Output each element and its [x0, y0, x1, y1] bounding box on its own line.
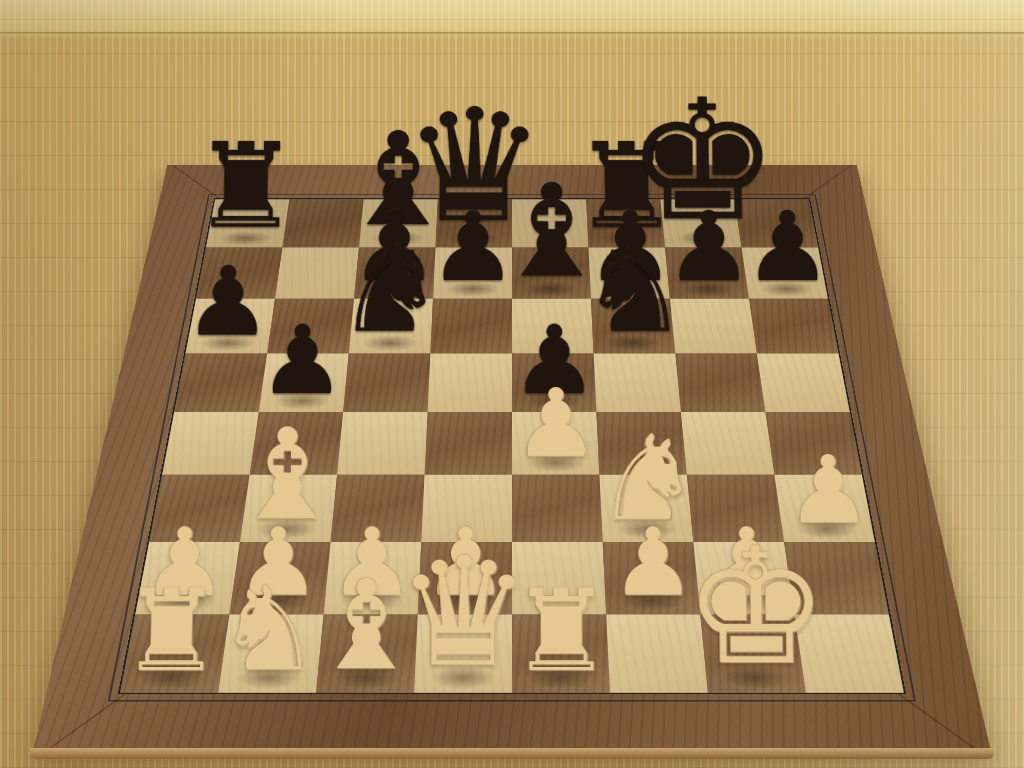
square-g8: ♚: [660, 199, 741, 247]
square-e3: [512, 475, 603, 542]
black-rook-a8: ♜: [191, 127, 300, 244]
square-f8: ♜: [586, 199, 665, 247]
square-h8: [735, 199, 818, 247]
square-h7: ♟: [742, 248, 828, 299]
photo-scene: ♜♝♛♜♚♟♟♝♟♟♟♟♞♞♟♟♟♝♞♟♟♟♟♟♟♟♜♞♝♛♜♚: [0, 0, 1024, 768]
square-f4: [596, 412, 686, 475]
square-h5: [757, 354, 850, 412]
square-d1: ♛: [414, 615, 512, 693]
square-a8: ♜: [206, 199, 289, 247]
tatami-mat-seam: [0, 32, 1024, 35]
square-d5: [428, 354, 512, 412]
square-h2: [784, 542, 889, 614]
square-c6: ♞: [349, 299, 433, 354]
square-d8: ♛: [435, 199, 512, 247]
square-e1: ♜: [512, 615, 610, 693]
border-miter-bottom-right: [897, 693, 985, 756]
square-c5: [343, 354, 430, 412]
square-f2: ♟: [603, 542, 701, 614]
white-rook-e1: ♜: [510, 574, 612, 687]
square-d6: [430, 299, 512, 354]
square-c7: ♟: [354, 248, 435, 299]
chess-board: ♜♝♛♜♚♟♟♝♟♟♟♟♞♞♟♟♟♝♞♟♟♟♟♟♟♟♜♞♝♛♜♚: [32, 165, 992, 756]
square-b4: [250, 412, 343, 475]
square-f7: ♟: [589, 248, 670, 299]
square-e4: ♟: [512, 412, 599, 475]
square-d3: [421, 475, 512, 542]
square-g7: ♟: [665, 248, 749, 299]
square-h1: [795, 615, 904, 693]
square-h6: [749, 299, 839, 354]
square-b6: [267, 299, 354, 354]
square-c3: [331, 475, 425, 542]
border-miter-top-left: [172, 165, 221, 200]
square-g5: [675, 354, 765, 412]
square-a7: [196, 248, 282, 299]
white-rook-a1: ♜: [119, 574, 223, 687]
square-a3: [149, 475, 249, 542]
square-b3: ♝: [240, 475, 337, 542]
square-c2: ♟: [324, 542, 422, 614]
square-g4: [681, 412, 774, 475]
square-a4: [162, 412, 259, 475]
square-c4: [337, 412, 427, 475]
square-b7: [275, 248, 359, 299]
white-queen-d1: ♛: [395, 537, 531, 687]
square-c1: ♝: [316, 615, 418, 693]
square-e5: ♟: [512, 354, 596, 412]
square-g1: ♚: [700, 615, 805, 693]
square-f6: ♞: [591, 299, 675, 354]
square-g2: ♟: [693, 542, 794, 614]
square-a2: ♟: [135, 542, 240, 614]
board-front-edge: [30, 748, 994, 759]
square-g3: [687, 475, 784, 542]
square-d4: [425, 412, 512, 475]
square-e8: [512, 199, 589, 247]
square-g6: [670, 299, 757, 354]
square-e2: [512, 542, 606, 614]
square-f1: [606, 615, 708, 693]
square-b5: ♟: [259, 354, 349, 412]
square-d2: ♟: [418, 542, 512, 614]
square-e7: ♝: [512, 248, 591, 299]
square-h3: ♟: [774, 475, 874, 542]
square-a1: ♜: [120, 615, 229, 693]
white-bishop-c1: ♝: [310, 564, 422, 688]
square-a5: [174, 354, 267, 412]
square-a6: ♟: [186, 299, 276, 354]
board-grid: ♜♝♛♜♚♟♟♝♟♟♟♟♞♞♟♟♟♝♞♟♟♟♟♟♟♟♜♞♝♛♜♚: [120, 199, 904, 692]
square-f5: [594, 354, 681, 412]
square-b2: ♟: [229, 542, 330, 614]
square-h4: [765, 412, 862, 475]
square-d7: ♟: [433, 248, 512, 299]
square-c8: ♝: [359, 199, 438, 247]
border-miter-top-right: [803, 165, 852, 200]
square-b1: ♞: [218, 615, 323, 693]
square-f3: ♞: [599, 475, 693, 542]
border-miter-bottom-left: [39, 693, 127, 756]
square-e6: [512, 299, 594, 354]
square-b8: [282, 199, 363, 247]
